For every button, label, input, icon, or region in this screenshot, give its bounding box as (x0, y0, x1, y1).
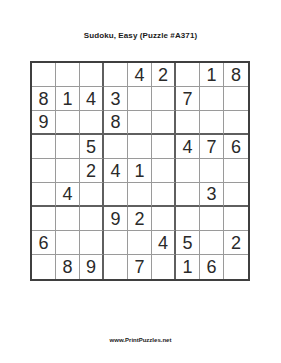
cell-r7c7[interactable] (176, 207, 200, 231)
cell-r8c5[interactable] (128, 231, 152, 255)
cell-r5c7[interactable] (176, 159, 200, 183)
cell-r6c5[interactable] (128, 183, 152, 207)
cell-r7c6[interactable] (152, 207, 176, 231)
cell-r8c6[interactable]: 4 (152, 231, 176, 255)
sudoku-board: 4218814379854762414392645289716 (30, 61, 250, 281)
cell-r8c3[interactable] (80, 231, 104, 255)
cell-r4c7[interactable]: 4 (176, 135, 200, 159)
cell-r9c2[interactable]: 8 (56, 255, 80, 279)
cell-r8c1[interactable]: 6 (32, 231, 56, 255)
cell-r9c5[interactable]: 7 (128, 255, 152, 279)
cell-r5c6[interactable] (152, 159, 176, 183)
cell-r6c4[interactable] (104, 183, 128, 207)
cell-r7c9[interactable] (224, 207, 248, 231)
cell-r2c5[interactable] (128, 87, 152, 111)
puzzle-page: Sudoku, Easy (Puzzle #A371) 421881437985… (0, 0, 281, 363)
cell-r8c2[interactable] (56, 231, 80, 255)
cell-r6c7[interactable] (176, 183, 200, 207)
cell-r5c1[interactable] (32, 159, 56, 183)
cell-r1c8[interactable]: 1 (200, 63, 224, 87)
cell-r4c9[interactable]: 6 (224, 135, 248, 159)
cell-r1c3[interactable] (80, 63, 104, 87)
cell-r4c5[interactable] (128, 135, 152, 159)
cell-r7c2[interactable] (56, 207, 80, 231)
cell-r4c2[interactable] (56, 135, 80, 159)
cell-r4c4[interactable] (104, 135, 128, 159)
cell-r8c7[interactable]: 5 (176, 231, 200, 255)
cell-r7c4[interactable]: 9 (104, 207, 128, 231)
cell-r8c4[interactable] (104, 231, 128, 255)
cell-r3c3[interactable] (80, 111, 104, 135)
cell-r2c6[interactable] (152, 87, 176, 111)
cell-r2c4[interactable]: 3 (104, 87, 128, 111)
cell-r2c9[interactable] (224, 87, 248, 111)
cell-r7c1[interactable] (32, 207, 56, 231)
cell-r9c4[interactable] (104, 255, 128, 279)
cell-r5c8[interactable] (200, 159, 224, 183)
cell-r1c7[interactable] (176, 63, 200, 87)
cell-r1c5[interactable]: 4 (128, 63, 152, 87)
cell-r4c8[interactable]: 7 (200, 135, 224, 159)
cell-r6c2[interactable]: 4 (56, 183, 80, 207)
cell-r4c6[interactable] (152, 135, 176, 159)
cell-r2c2[interactable]: 1 (56, 87, 80, 111)
cell-r8c8[interactable] (200, 231, 224, 255)
footer-url: www.PrintPuzzles.net (0, 337, 281, 343)
cell-r7c3[interactable] (80, 207, 104, 231)
cell-r4c1[interactable] (32, 135, 56, 159)
cell-r3c8[interactable] (200, 111, 224, 135)
cell-r2c1[interactable]: 8 (32, 87, 56, 111)
cell-r1c1[interactable] (32, 63, 56, 87)
cell-r3c5[interactable] (128, 111, 152, 135)
cell-r9c6[interactable] (152, 255, 176, 279)
cell-r3c1[interactable]: 9 (32, 111, 56, 135)
cell-r5c4[interactable]: 4 (104, 159, 128, 183)
cell-r6c8[interactable]: 3 (200, 183, 224, 207)
cell-r1c4[interactable] (104, 63, 128, 87)
cell-r9c7[interactable]: 1 (176, 255, 200, 279)
cell-r5c2[interactable] (56, 159, 80, 183)
cell-r6c6[interactable] (152, 183, 176, 207)
cell-r2c7[interactable]: 7 (176, 87, 200, 111)
cell-r5c3[interactable]: 2 (80, 159, 104, 183)
cell-r9c3[interactable]: 9 (80, 255, 104, 279)
cell-r3c2[interactable] (56, 111, 80, 135)
cell-r3c9[interactable] (224, 111, 248, 135)
cell-r2c8[interactable] (200, 87, 224, 111)
cell-r6c3[interactable] (80, 183, 104, 207)
cell-r3c6[interactable] (152, 111, 176, 135)
cell-r9c8[interactable]: 6 (200, 255, 224, 279)
cell-r9c1[interactable] (32, 255, 56, 279)
cell-r2c3[interactable]: 4 (80, 87, 104, 111)
cell-r9c9[interactable] (224, 255, 248, 279)
cell-r6c9[interactable] (224, 183, 248, 207)
cell-r7c8[interactable] (200, 207, 224, 231)
cell-r7c5[interactable]: 2 (128, 207, 152, 231)
cell-r5c9[interactable] (224, 159, 248, 183)
puzzle-title: Sudoku, Easy (Puzzle #A371) (0, 31, 281, 40)
cell-r3c7[interactable] (176, 111, 200, 135)
cell-r3c4[interactable]: 8 (104, 111, 128, 135)
cell-r8c9[interactable]: 2 (224, 231, 248, 255)
cell-r5c5[interactable]: 1 (128, 159, 152, 183)
cell-r4c3[interactable]: 5 (80, 135, 104, 159)
cell-r6c1[interactable] (32, 183, 56, 207)
cell-r1c6[interactable]: 2 (152, 63, 176, 87)
cell-r1c2[interactable] (56, 63, 80, 87)
cell-r1c9[interactable]: 8 (224, 63, 248, 87)
